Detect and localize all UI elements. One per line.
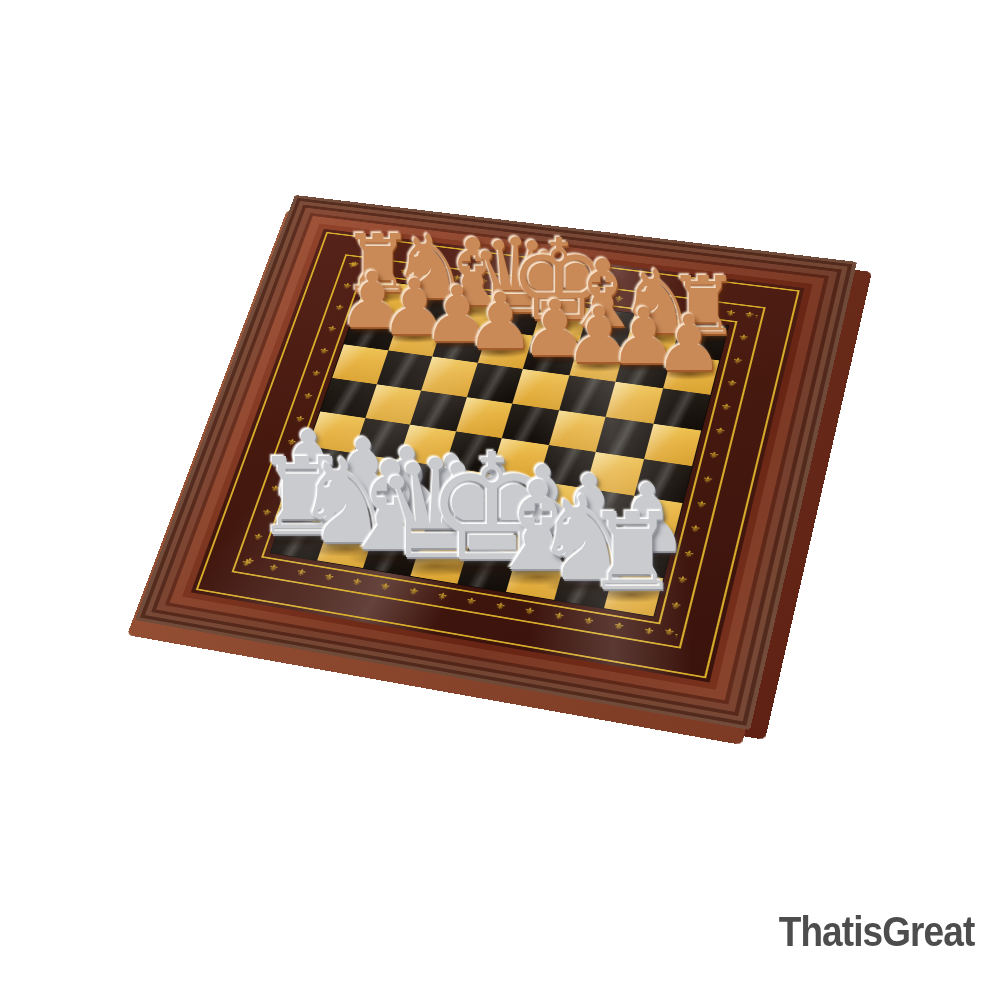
product-photo: ⚜ ⚜ ⚜ ⚜ ⚜ ⚜ ⚜ ⚜ ⚜ ⚜ ⚜ ⚜ ⚜ ⚜ ⚜ ⚜ ⚜ ⚜ ⚜ ⚜ … — [0, 0, 1002, 1002]
watermark-text: ThatisGreat — [778, 908, 974, 956]
chessboard-3d: ⚜ ⚜ ⚜ ⚜ ⚜ ⚜ ⚜ ⚜ ⚜ ⚜ ⚜ ⚜ ⚜ ⚜ ⚜ ⚜ ⚜ ⚜ ⚜ ⚜ … — [0, 0, 1002, 1002]
board-square — [603, 570, 663, 617]
